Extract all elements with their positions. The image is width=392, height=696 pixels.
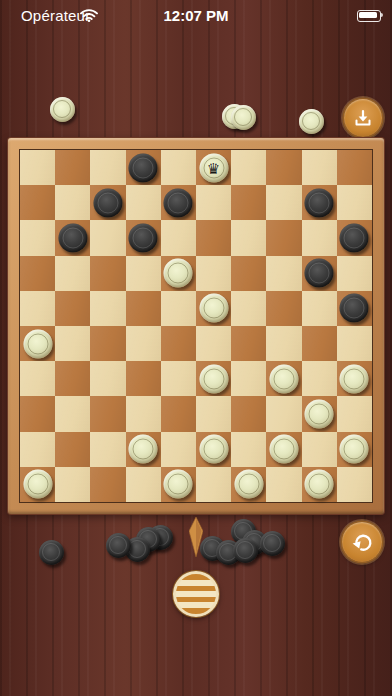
square-r3-c7 <box>266 256 301 291</box>
square-r2-c1[interactable] <box>55 220 90 255</box>
square-r5-c4[interactable] <box>161 326 196 361</box>
square-r1-c7 <box>266 185 301 220</box>
square-r7-c4[interactable] <box>161 396 196 431</box>
square-r8-c0 <box>20 432 55 467</box>
square-r6-c7[interactable] <box>266 361 301 396</box>
square-r9-c2[interactable] <box>90 467 125 502</box>
square-r1-c8[interactable] <box>302 185 337 220</box>
square-r8-c2 <box>90 432 125 467</box>
square-r2-c8 <box>302 220 337 255</box>
square-r2-c3[interactable] <box>126 220 161 255</box>
square-r0-c9[interactable] <box>337 150 372 185</box>
square-r7-c1 <box>55 396 90 431</box>
white-man[interactable] <box>199 364 228 393</box>
square-r0-c6 <box>231 150 266 185</box>
square-r7-c2[interactable] <box>90 396 125 431</box>
square-r3-c5 <box>196 256 231 291</box>
download-button[interactable] <box>344 99 382 137</box>
undo-button[interactable] <box>342 522 382 562</box>
square-r0-c1[interactable] <box>55 150 90 185</box>
captured-black-piece <box>233 538 258 563</box>
square-r7-c3 <box>126 396 161 431</box>
captured-white-piece <box>299 109 324 134</box>
undo-icon <box>350 530 374 554</box>
black-man[interactable] <box>93 188 122 217</box>
white-man[interactable] <box>23 470 52 499</box>
square-r7-c6[interactable] <box>231 396 266 431</box>
square-r4-c8 <box>302 291 337 326</box>
square-r5-c1 <box>55 326 90 361</box>
status-bar: Opérateur 12:07 PM <box>0 0 392 30</box>
square-r4-c6 <box>231 291 266 326</box>
square-r4-c4 <box>161 291 196 326</box>
square-r6-c3[interactable] <box>126 361 161 396</box>
white-king[interactable]: ♛ <box>199 153 228 182</box>
square-r7-c9 <box>337 396 372 431</box>
square-r0-c0 <box>20 150 55 185</box>
square-r0-c5[interactable]: ♛ <box>196 150 231 185</box>
square-r1-c4[interactable] <box>161 185 196 220</box>
square-r5-c7 <box>266 326 301 361</box>
square-r2-c9[interactable] <box>337 220 372 255</box>
black-man[interactable] <box>58 223 87 252</box>
white-man[interactable] <box>23 329 52 358</box>
square-r1-c5 <box>196 185 231 220</box>
white-man[interactable] <box>305 470 334 499</box>
square-r6-c1[interactable] <box>55 361 90 396</box>
clock-label: 12:07 PM <box>0 7 392 24</box>
white-man[interactable] <box>234 470 263 499</box>
square-r1-c3 <box>126 185 161 220</box>
square-r8-c3[interactable] <box>126 432 161 467</box>
square-r8-c4 <box>161 432 196 467</box>
square-r4-c7[interactable] <box>266 291 301 326</box>
board-frame: ♛ <box>8 138 384 514</box>
square-r2-c5[interactable] <box>196 220 231 255</box>
square-r2-c2 <box>90 220 125 255</box>
black-man[interactable] <box>129 153 158 182</box>
square-r6-c0 <box>20 361 55 396</box>
square-r9-c0[interactable] <box>20 467 55 502</box>
square-r7-c0[interactable] <box>20 396 55 431</box>
square-r8-c7[interactable] <box>266 432 301 467</box>
white-man[interactable] <box>340 364 369 393</box>
square-r3-c4[interactable] <box>161 256 196 291</box>
square-r8-c1[interactable] <box>55 432 90 467</box>
square-r5-c0[interactable] <box>20 326 55 361</box>
square-r5-c3 <box>126 326 161 361</box>
white-man[interactable] <box>129 435 158 464</box>
square-r5-c8[interactable] <box>302 326 337 361</box>
square-r9-c7 <box>266 467 301 502</box>
square-r6-c4 <box>161 361 196 396</box>
square-r1-c2[interactable] <box>90 185 125 220</box>
captured-black-piece <box>106 533 131 558</box>
square-r1-c9 <box>337 185 372 220</box>
square-r3-c8[interactable] <box>302 256 337 291</box>
square-r6-c2 <box>90 361 125 396</box>
square-r1-c0[interactable] <box>20 185 55 220</box>
square-r4-c3[interactable] <box>126 291 161 326</box>
board-grid: ♛ <box>20 150 372 502</box>
square-r9-c8[interactable] <box>302 467 337 502</box>
black-man[interactable] <box>305 259 334 288</box>
square-r5-c2[interactable] <box>90 326 125 361</box>
battery-icon <box>357 10 384 22</box>
square-r0-c8 <box>302 150 337 185</box>
square-r2-c7[interactable] <box>266 220 301 255</box>
square-r8-c9[interactable] <box>337 432 372 467</box>
square-r3-c9 <box>337 256 372 291</box>
square-r5-c9 <box>337 326 372 361</box>
square-r2-c6 <box>231 220 266 255</box>
square-r6-c8 <box>302 361 337 396</box>
square-r3-c6[interactable] <box>231 256 266 291</box>
square-r2-c0 <box>20 220 55 255</box>
square-r3-c0[interactable] <box>20 256 55 291</box>
square-r0-c7[interactable] <box>266 150 301 185</box>
white-man[interactable] <box>269 364 298 393</box>
square-r4-c2 <box>90 291 125 326</box>
square-r7-c5 <box>196 396 231 431</box>
black-man[interactable] <box>305 188 334 217</box>
square-r1-c1 <box>55 185 90 220</box>
square-r7-c7 <box>266 396 301 431</box>
black-man[interactable] <box>340 294 369 323</box>
square-r4-c5[interactable] <box>196 291 231 326</box>
white-man[interactable] <box>340 435 369 464</box>
black-man[interactable] <box>129 223 158 252</box>
white-man[interactable] <box>199 435 228 464</box>
square-r6-c9[interactable] <box>337 361 372 396</box>
square-r5-c5 <box>196 326 231 361</box>
square-r8-c8 <box>302 432 337 467</box>
square-r2-c4 <box>161 220 196 255</box>
captured-white-piece <box>50 97 75 122</box>
square-r6-c5[interactable] <box>196 361 231 396</box>
square-r9-c1 <box>55 467 90 502</box>
square-r0-c2 <box>90 150 125 185</box>
captured-black-piece <box>260 531 285 556</box>
menu-button[interactable] <box>173 571 219 617</box>
square-r4-c0 <box>20 291 55 326</box>
white-man[interactable] <box>199 294 228 323</box>
king-crown-icon: ♛ <box>207 160 220 175</box>
captured-black-piece <box>39 540 64 565</box>
white-man[interactable] <box>164 470 193 499</box>
square-r9-c5 <box>196 467 231 502</box>
square-r8-c5[interactable] <box>196 432 231 467</box>
download-icon <box>353 108 373 128</box>
app-screen: { "game": "international draughts (check… <box>0 0 392 696</box>
white-man[interactable] <box>164 259 193 288</box>
square-r3-c1 <box>55 256 90 291</box>
square-r5-c6[interactable] <box>231 326 266 361</box>
captured-white-piece <box>231 105 256 130</box>
square-r8-c6 <box>231 432 266 467</box>
square-r4-c9[interactable] <box>337 291 372 326</box>
white-man[interactable] <box>305 399 334 428</box>
square-r3-c2[interactable] <box>90 256 125 291</box>
square-r1-c6[interactable] <box>231 185 266 220</box>
square-r9-c3 <box>126 467 161 502</box>
black-man[interactable] <box>164 188 193 217</box>
square-r4-c1[interactable] <box>55 291 90 326</box>
black-man[interactable] <box>340 223 369 252</box>
square-r3-c3 <box>126 256 161 291</box>
square-r0-c3[interactable] <box>126 150 161 185</box>
square-r6-c6 <box>231 361 266 396</box>
white-man[interactable] <box>269 435 298 464</box>
square-r9-c4[interactable] <box>161 467 196 502</box>
square-r0-c4 <box>161 150 196 185</box>
square-r9-c9 <box>337 467 372 502</box>
square-r9-c6[interactable] <box>231 467 266 502</box>
square-r7-c8[interactable] <box>302 396 337 431</box>
